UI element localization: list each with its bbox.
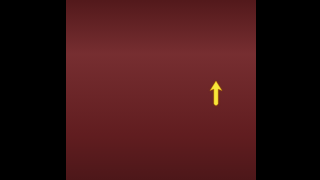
video-frame <box>0 0 320 180</box>
chess-board <box>66 0 256 180</box>
file-labels <box>73 175 252 180</box>
rank-labels <box>66 2 73 175</box>
board-grid[interactable] <box>73 2 252 175</box>
annotation-arrow-icon <box>209 81 223 106</box>
